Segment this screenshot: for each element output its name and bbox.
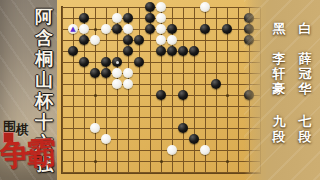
last-move-triangle-marker: ▲ — [69, 25, 77, 33]
stone-black — [167, 46, 177, 56]
star-point — [94, 28, 97, 31]
player-text-char: 段 — [296, 130, 314, 145]
stone-white — [112, 13, 122, 23]
title-char: 山 — [33, 70, 55, 91]
stone-white — [101, 134, 111, 144]
title-char: 含 — [33, 28, 55, 49]
stone-black — [178, 46, 188, 56]
stone-white — [90, 123, 100, 133]
stone-black — [189, 134, 199, 144]
player-text-char: 华 — [296, 82, 314, 97]
stone-white — [200, 145, 210, 155]
stone-black — [167, 24, 177, 34]
player-text-char: 冠 — [296, 67, 314, 82]
player-column-black: 黑李轩豪九段 — [270, 0, 288, 180]
stone-black — [134, 57, 144, 67]
stone-black — [145, 2, 155, 12]
stone-black — [156, 46, 166, 56]
stone-black — [123, 13, 133, 23]
stone-white — [156, 13, 166, 23]
title-char: 阿 — [33, 7, 55, 28]
stone-white — [123, 79, 133, 89]
stone-black — [90, 68, 100, 78]
stone-black — [134, 35, 144, 45]
stone-white — [123, 24, 133, 34]
logo-calligraphy-text: 争霸 — [0, 133, 53, 177]
stone-black — [200, 24, 210, 34]
player-text-char: 李 — [270, 52, 288, 67]
stone-white — [167, 35, 177, 45]
stone-white — [156, 24, 166, 34]
player-text-block: 李轩豪 — [270, 52, 288, 97]
stone-black — [178, 90, 188, 100]
title-char: 桐 — [33, 49, 55, 70]
player-text-char: 段 — [270, 130, 288, 145]
player-text-block: 七段 — [296, 115, 314, 145]
stone-black — [79, 35, 89, 45]
player-text-char: 轩 — [270, 67, 288, 82]
stone-black — [79, 57, 89, 67]
stone-white — [79, 24, 89, 34]
player-text-block: 薛冠华 — [296, 52, 314, 97]
player-text-char: 九 — [270, 115, 288, 130]
player-text-char: 黑 — [270, 22, 288, 37]
player-text-char: 白 — [296, 22, 314, 37]
stone-black — [123, 46, 133, 56]
stone-white — [156, 35, 166, 45]
player-text-char: 薛 — [296, 52, 314, 67]
stone-black — [112, 24, 122, 34]
stone-white — [156, 2, 166, 12]
stone-black — [123, 35, 133, 45]
stone-white — [90, 35, 100, 45]
player-text-char: 七 — [296, 115, 314, 130]
stone-black — [189, 46, 199, 56]
stone-white — [101, 24, 111, 34]
stone-black — [145, 24, 155, 34]
player-text-char: 豪 — [270, 82, 288, 97]
stone-white — [112, 68, 122, 78]
player-text-block: 白 — [296, 22, 314, 37]
go-board: ▲ — [56, 0, 266, 180]
star-point — [160, 160, 163, 163]
title-char: 杯 — [33, 91, 55, 112]
stone-white — [123, 68, 133, 78]
star-point — [94, 94, 97, 97]
stone-black — [101, 68, 111, 78]
stone-white — [112, 79, 122, 89]
stone-black — [222, 24, 232, 34]
board-grid: ▲ — [62, 7, 261, 173]
stone-black — [101, 57, 111, 67]
stone-dot-marker — [116, 61, 119, 64]
stone-black — [68, 46, 78, 56]
stone-black — [211, 79, 221, 89]
star-point — [94, 160, 97, 163]
star-point — [226, 94, 229, 97]
stone-black — [145, 13, 155, 23]
channel-logo: 围棋 争霸 — [0, 116, 57, 180]
stone-black — [156, 90, 166, 100]
stone-white — [200, 2, 210, 12]
player-text-block: 九段 — [270, 115, 288, 145]
stone-white — [167, 145, 177, 155]
player-column-white: 白薛冠华七段 — [296, 0, 314, 180]
player-text-block: 黑 — [270, 22, 288, 37]
stone-black — [79, 13, 89, 23]
stone-black — [178, 123, 188, 133]
star-point — [226, 160, 229, 163]
video-thumbnail: ▲ 阿含桐山杯十六强 围棋 争霸 黑李轩豪九段 白薛冠华七段 — [0, 0, 320, 180]
